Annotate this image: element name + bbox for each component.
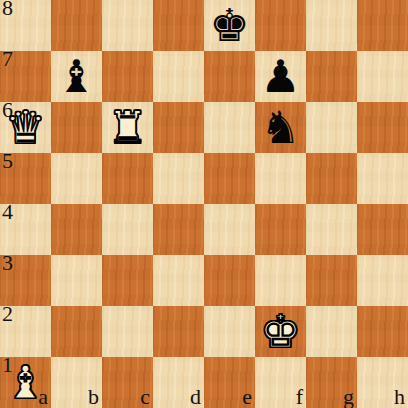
square-b2[interactable] xyxy=(51,306,102,357)
rank-label-8: 8 xyxy=(2,0,13,19)
square-h2[interactable] xyxy=(357,306,408,357)
rank-label-4: 4 xyxy=(2,201,13,223)
square-h8[interactable] xyxy=(357,0,408,51)
square-a4[interactable]: 4 xyxy=(0,204,51,255)
square-f6[interactable]: ♞ xyxy=(255,102,306,153)
square-e6[interactable] xyxy=(204,102,255,153)
square-a7[interactable]: 7 xyxy=(0,51,51,102)
square-e4[interactable] xyxy=(204,204,255,255)
square-b1[interactable]: b xyxy=(51,357,102,408)
piece-white-queen-a6[interactable]: ♛ xyxy=(0,102,51,153)
square-g1[interactable]: g xyxy=(306,357,357,408)
square-f4[interactable] xyxy=(255,204,306,255)
square-d6[interactable] xyxy=(153,102,204,153)
square-f8[interactable] xyxy=(255,0,306,51)
square-h1[interactable]: h xyxy=(357,357,408,408)
piece-black-king-e8[interactable]: ♚ xyxy=(204,0,255,51)
piece-white-bishop-a1[interactable]: ♝ xyxy=(0,357,51,408)
square-a5[interactable]: 5 xyxy=(0,153,51,204)
square-c5[interactable] xyxy=(102,153,153,204)
square-f3[interactable] xyxy=(255,255,306,306)
square-b3[interactable] xyxy=(51,255,102,306)
piece-white-rook-c6[interactable]: ♜ xyxy=(102,102,153,153)
square-c2[interactable] xyxy=(102,306,153,357)
chess-board: 8♚7♝♟6♛♜♞5432♚1a♝bcdefgh xyxy=(0,0,408,408)
square-b4[interactable] xyxy=(51,204,102,255)
file-label-b: b xyxy=(88,386,99,408)
square-g7[interactable] xyxy=(306,51,357,102)
square-b5[interactable] xyxy=(51,153,102,204)
square-d3[interactable] xyxy=(153,255,204,306)
file-label-e: e xyxy=(242,386,252,408)
square-b7[interactable]: ♝ xyxy=(51,51,102,102)
square-g3[interactable] xyxy=(306,255,357,306)
square-c3[interactable] xyxy=(102,255,153,306)
rank-label-7: 7 xyxy=(2,48,13,70)
square-h7[interactable] xyxy=(357,51,408,102)
square-e2[interactable] xyxy=(204,306,255,357)
square-a6[interactable]: 6♛ xyxy=(0,102,51,153)
square-g6[interactable] xyxy=(306,102,357,153)
square-g2[interactable] xyxy=(306,306,357,357)
square-d4[interactable] xyxy=(153,204,204,255)
square-d8[interactable] xyxy=(153,0,204,51)
square-e5[interactable] xyxy=(204,153,255,204)
file-label-h: h xyxy=(394,386,405,408)
rank-label-3: 3 xyxy=(2,252,13,274)
square-c4[interactable] xyxy=(102,204,153,255)
square-h3[interactable] xyxy=(357,255,408,306)
square-a1[interactable]: 1a♝ xyxy=(0,357,51,408)
square-d2[interactable] xyxy=(153,306,204,357)
rank-label-2: 2 xyxy=(2,303,13,325)
square-e8[interactable]: ♚ xyxy=(204,0,255,51)
square-e3[interactable] xyxy=(204,255,255,306)
file-label-f: f xyxy=(296,386,303,408)
square-h5[interactable] xyxy=(357,153,408,204)
file-label-c: c xyxy=(140,386,150,408)
square-c7[interactable] xyxy=(102,51,153,102)
square-a2[interactable]: 2 xyxy=(0,306,51,357)
piece-black-knight-f6[interactable]: ♞ xyxy=(255,102,306,153)
square-a3[interactable]: 3 xyxy=(0,255,51,306)
square-f2[interactable]: ♚ xyxy=(255,306,306,357)
square-e7[interactable] xyxy=(204,51,255,102)
square-d5[interactable] xyxy=(153,153,204,204)
piece-black-pawn-f7[interactable]: ♟ xyxy=(255,51,306,102)
square-a8[interactable]: 8 xyxy=(0,0,51,51)
square-b8[interactable] xyxy=(51,0,102,51)
square-e1[interactable]: e xyxy=(204,357,255,408)
square-g8[interactable] xyxy=(306,0,357,51)
square-g5[interactable] xyxy=(306,153,357,204)
square-h4[interactable] xyxy=(357,204,408,255)
square-h6[interactable] xyxy=(357,102,408,153)
square-b6[interactable] xyxy=(51,102,102,153)
square-f7[interactable]: ♟ xyxy=(255,51,306,102)
square-d1[interactable]: d xyxy=(153,357,204,408)
square-c1[interactable]: c xyxy=(102,357,153,408)
square-c6[interactable]: ♜ xyxy=(102,102,153,153)
square-d7[interactable] xyxy=(153,51,204,102)
piece-white-king-f2[interactable]: ♚ xyxy=(255,306,306,357)
square-g4[interactable] xyxy=(306,204,357,255)
square-f5[interactable] xyxy=(255,153,306,204)
square-c8[interactable] xyxy=(102,0,153,51)
file-label-g: g xyxy=(343,386,354,408)
piece-black-bishop-b7[interactable]: ♝ xyxy=(51,51,102,102)
square-f1[interactable]: f xyxy=(255,357,306,408)
file-label-d: d xyxy=(190,386,201,408)
